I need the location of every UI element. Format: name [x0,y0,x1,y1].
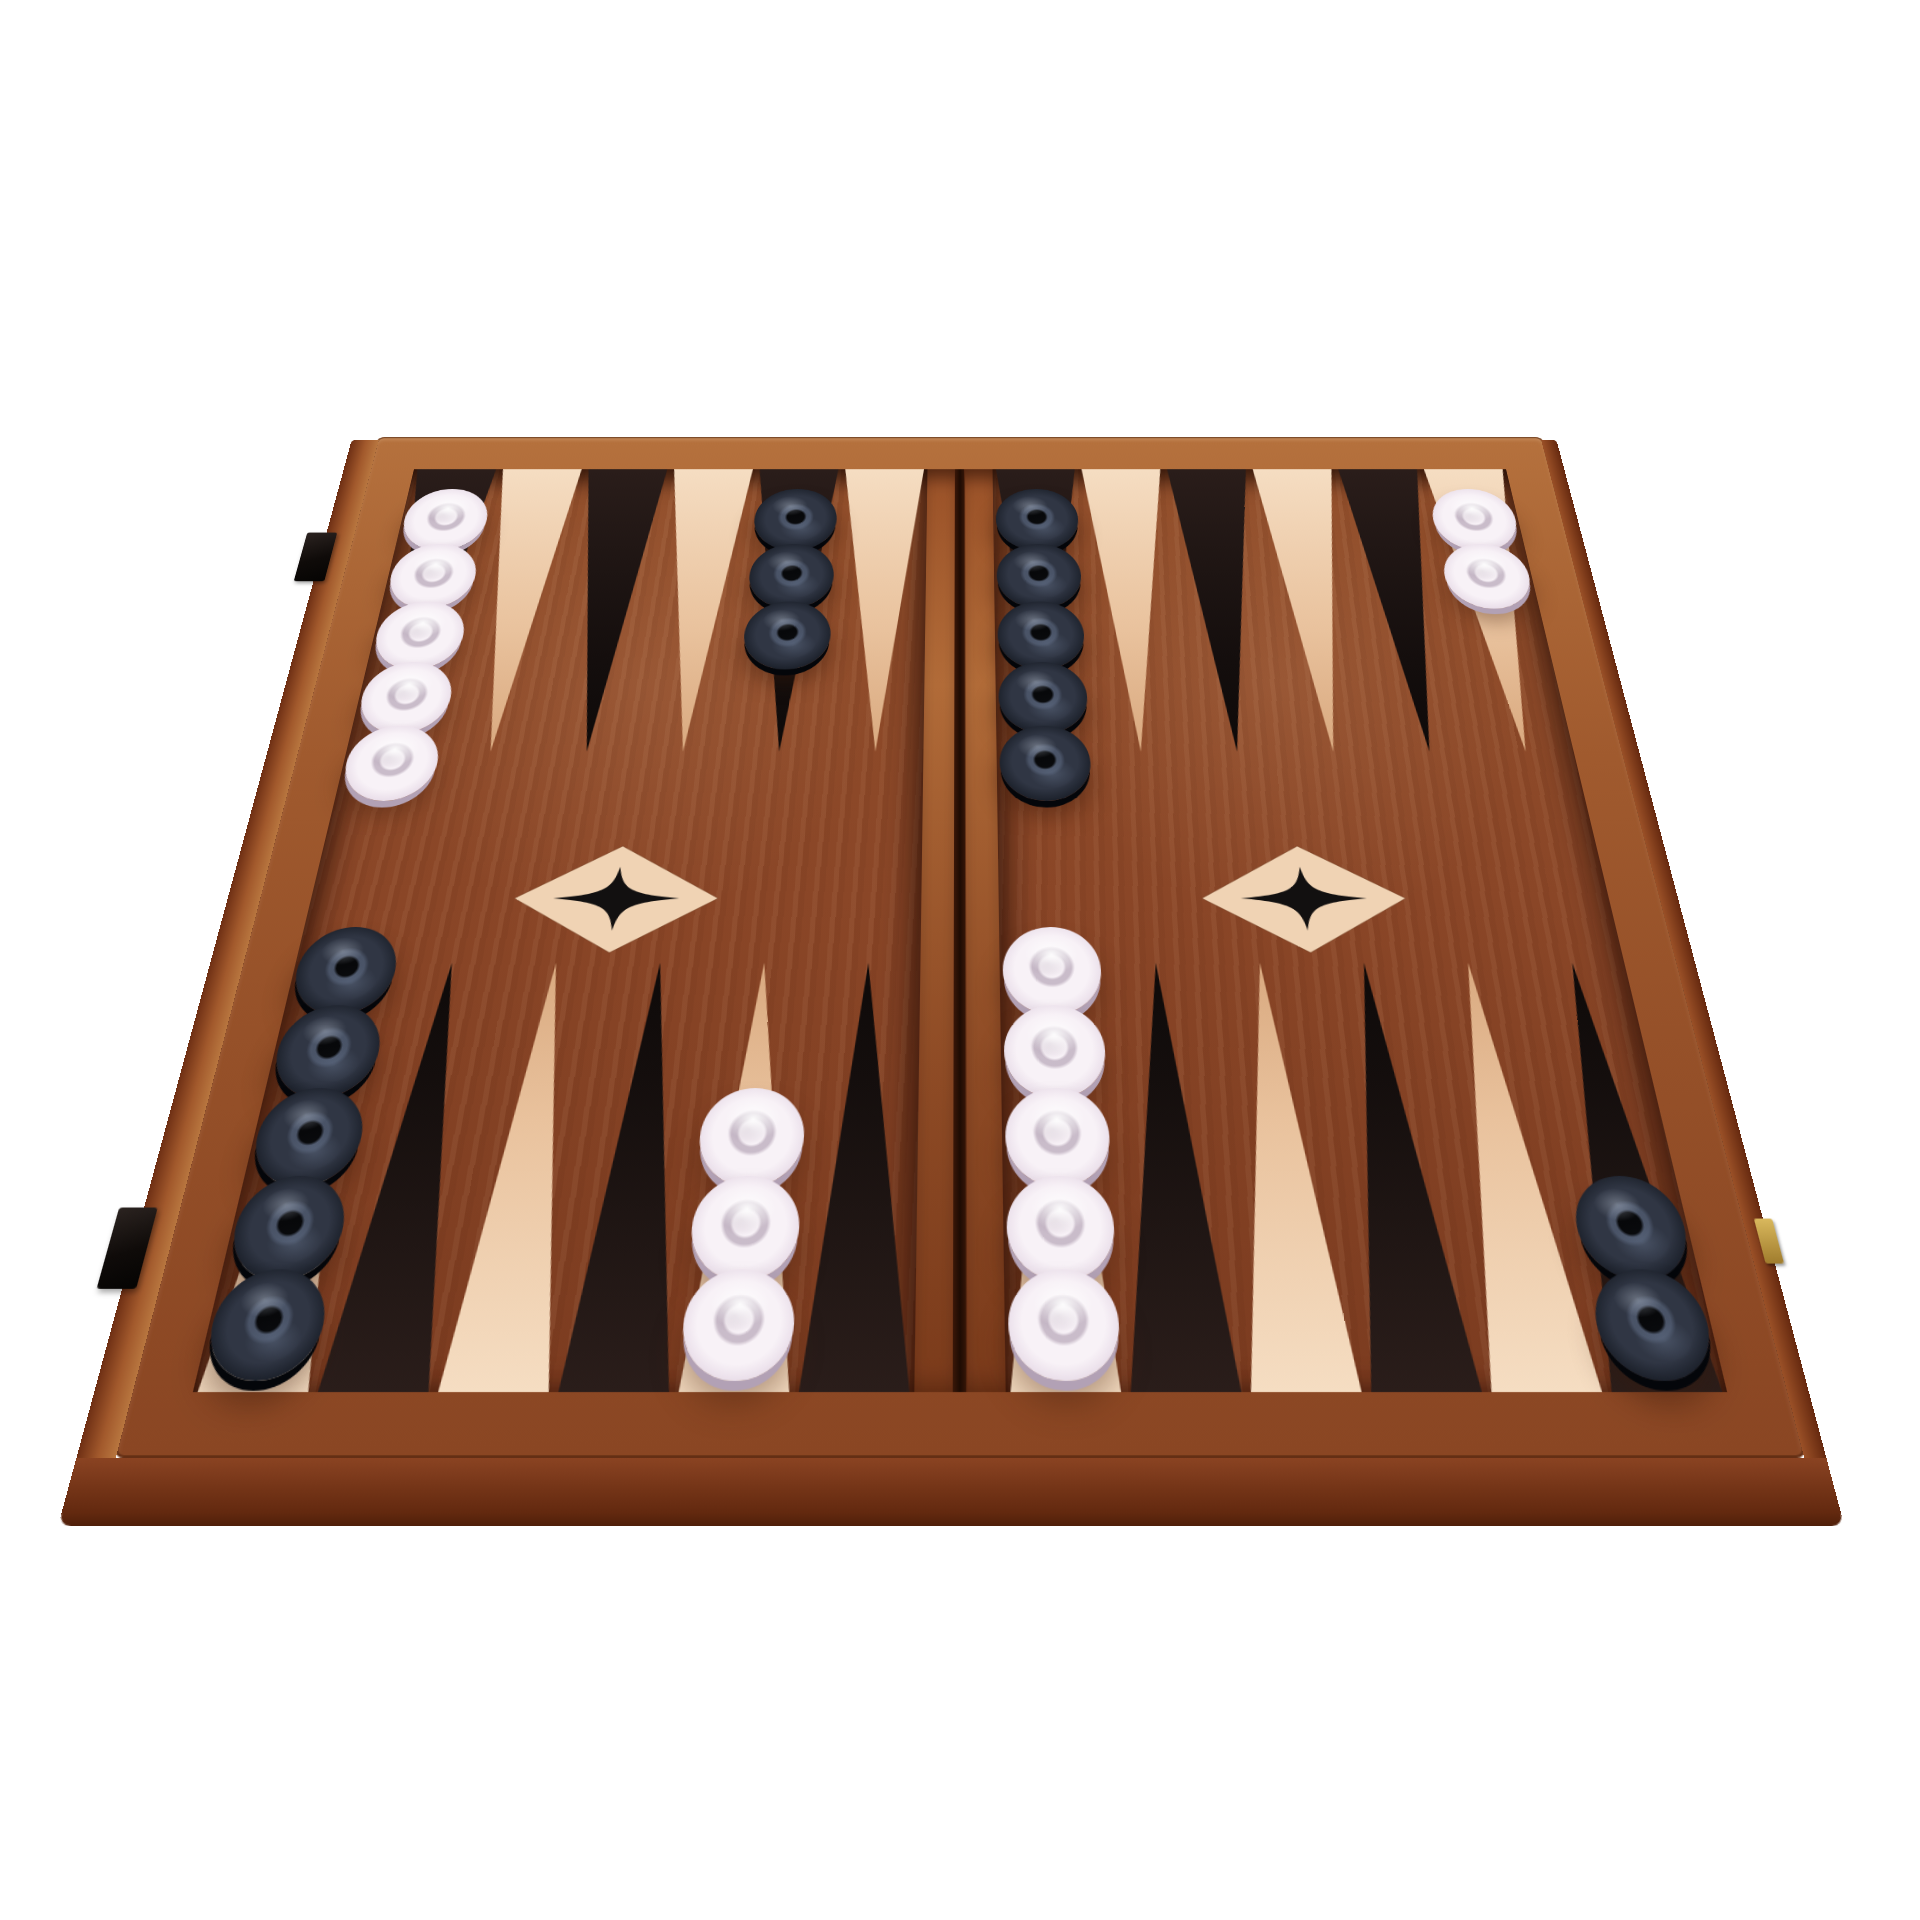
diamond-star-inlay-icon [1192,842,1420,957]
point-right-bottom-2-dark[interactable] [1104,963,1246,1392]
point-left-bottom-6-dark[interactable] [794,963,920,1392]
point-right-bottom-3-light[interactable] [1208,963,1367,1392]
hinge-spine [914,469,1005,1392]
backgammon-board [113,437,1806,1458]
diamond-star-inlay-icon [500,842,728,957]
perspective-scene [113,437,1806,1458]
product-photo-canvas [0,0,1920,1920]
point-left-top-6-light[interactable] [827,469,927,751]
point-right-top-2-light[interactable] [1078,469,1189,751]
case-outer-edge-front [58,1458,1845,1527]
